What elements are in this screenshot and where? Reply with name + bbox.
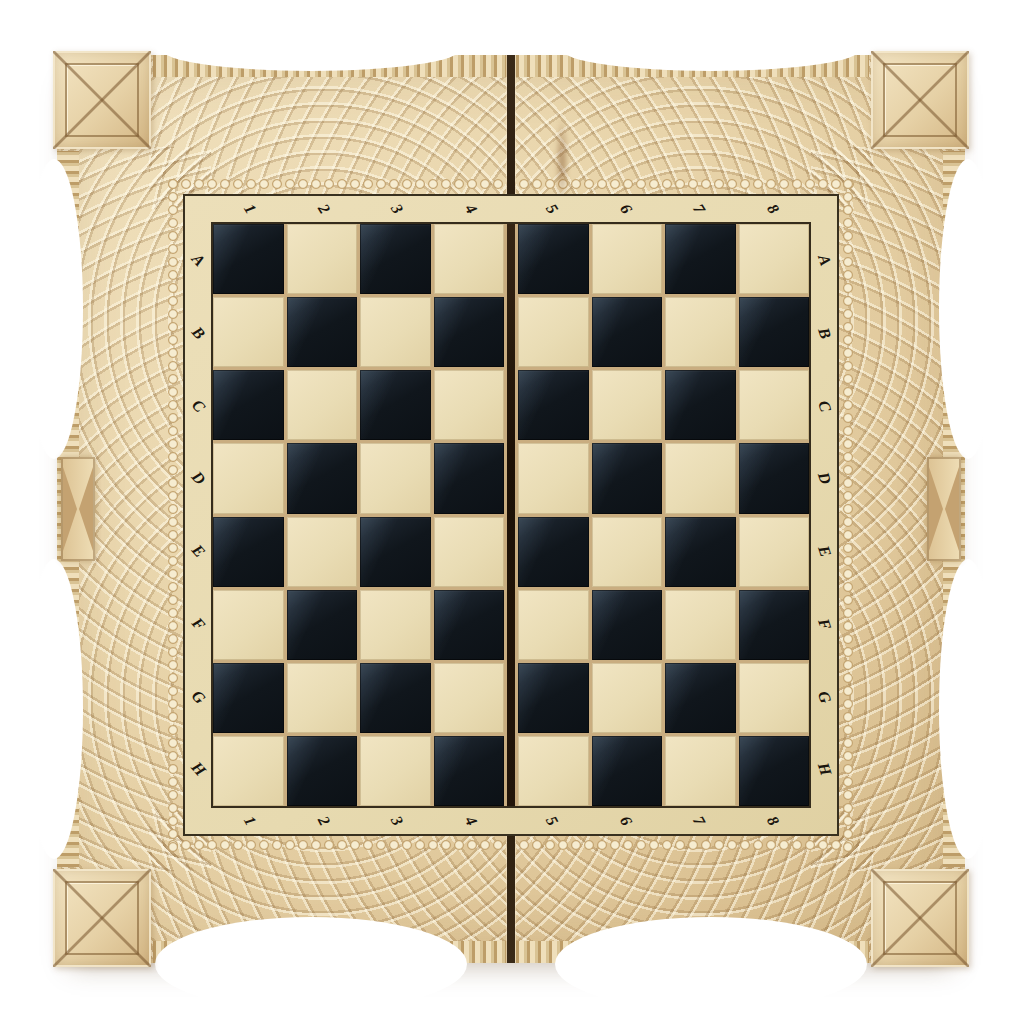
square-E6[interactable] <box>592 517 663 587</box>
square-D4[interactable] <box>434 443 505 513</box>
square-F3[interactable] <box>360 590 431 660</box>
square-B4[interactable] <box>434 297 505 367</box>
board-squares-grid <box>213 224 809 806</box>
square-B2[interactable] <box>287 297 358 367</box>
chess-board: 12345678 12345678 ABCDEFGH ABCDEFGH <box>183 194 839 836</box>
square-C7[interactable] <box>665 370 736 440</box>
square-E3[interactable] <box>360 517 431 587</box>
silhouette-curve <box>561 27 861 71</box>
square-E4[interactable] <box>434 517 505 587</box>
square-C3[interactable] <box>360 370 431 440</box>
carved-corner-block <box>871 869 969 967</box>
product-photo: 12345678 12345678 ABCDEFGH ABCDEFGH <box>0 0 1024 1024</box>
square-C5[interactable] <box>518 370 589 440</box>
square-B7[interactable] <box>665 297 736 367</box>
square-F4[interactable] <box>434 590 505 660</box>
square-D3[interactable] <box>360 443 431 513</box>
square-F7[interactable] <box>665 590 736 660</box>
column-numbers-bottom: 12345678 <box>213 808 809 834</box>
square-G2[interactable] <box>287 663 358 733</box>
square-B6[interactable] <box>592 297 663 367</box>
carved-corner-block <box>871 51 969 149</box>
square-E7[interactable] <box>665 517 736 587</box>
silhouette-curve <box>555 917 867 1011</box>
column-numbers-top: 12345678 <box>213 196 809 222</box>
carved-corner-block <box>53 51 151 149</box>
square-E2[interactable] <box>287 517 358 587</box>
square-E5[interactable] <box>518 517 589 587</box>
square-C2[interactable] <box>287 370 358 440</box>
row-letters-left: ABCDEFGH <box>185 224 211 806</box>
square-F5[interactable] <box>518 590 589 660</box>
square-G7[interactable] <box>665 663 736 733</box>
square-C6[interactable] <box>592 370 663 440</box>
silhouette-curve <box>939 559 997 859</box>
square-F2[interactable] <box>287 590 358 660</box>
silhouette-curve <box>155 917 467 1011</box>
silhouette-curve <box>25 559 83 859</box>
square-B5[interactable] <box>518 297 589 367</box>
board-seam-gap <box>507 224 515 806</box>
square-D2[interactable] <box>287 443 358 513</box>
square-G5[interactable] <box>518 663 589 733</box>
square-G3[interactable] <box>360 663 431 733</box>
square-D7[interactable] <box>665 443 736 513</box>
square-F6[interactable] <box>592 590 663 660</box>
silhouette-curve <box>161 27 461 71</box>
silhouette-curve <box>939 159 997 459</box>
side-medallion-right <box>927 457 961 561</box>
square-G6[interactable] <box>592 663 663 733</box>
square-D6[interactable] <box>592 443 663 513</box>
carved-corner-block <box>53 869 151 967</box>
square-B3[interactable] <box>360 297 431 367</box>
square-G4[interactable] <box>434 663 505 733</box>
square-C4[interactable] <box>434 370 505 440</box>
row-letters-right: ABCDEFGH <box>811 224 837 806</box>
square-D5[interactable] <box>518 443 589 513</box>
silhouette-curve <box>25 159 83 459</box>
side-medallion-left <box>61 457 95 561</box>
carved-chess-board: 12345678 12345678 ABCDEFGH ABCDEFGH <box>57 55 965 963</box>
